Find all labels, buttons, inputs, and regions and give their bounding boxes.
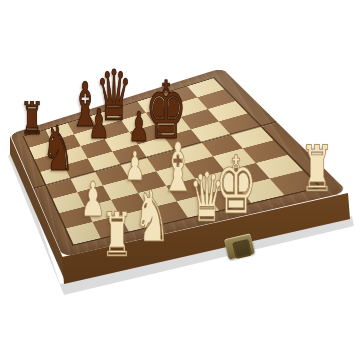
chess-product-photo: ♛♝♜♚♟♟♞♟♝♜♚♟♛♞♜ bbox=[0, 0, 360, 360]
piece-light-queen-e2[interactable]: ♛ bbox=[189, 164, 224, 232]
piece-dark-knight-a6[interactable]: ♞ bbox=[42, 118, 74, 180]
piece-dark-pawn-c7[interactable]: ♟ bbox=[88, 104, 109, 145]
piece-light-knight-c1[interactable]: ♞ bbox=[134, 181, 171, 252]
piece-dark-rook-a8[interactable]: ♜ bbox=[20, 96, 43, 141]
piece-light-rook-b1[interactable]: ♜ bbox=[101, 204, 133, 265]
pieces-layer: ♛♝♜♚♟♟♞♟♝♜♚♟♛♞♜ bbox=[0, 0, 360, 360]
piece-light-rook-h2[interactable]: ♜ bbox=[300, 137, 333, 201]
